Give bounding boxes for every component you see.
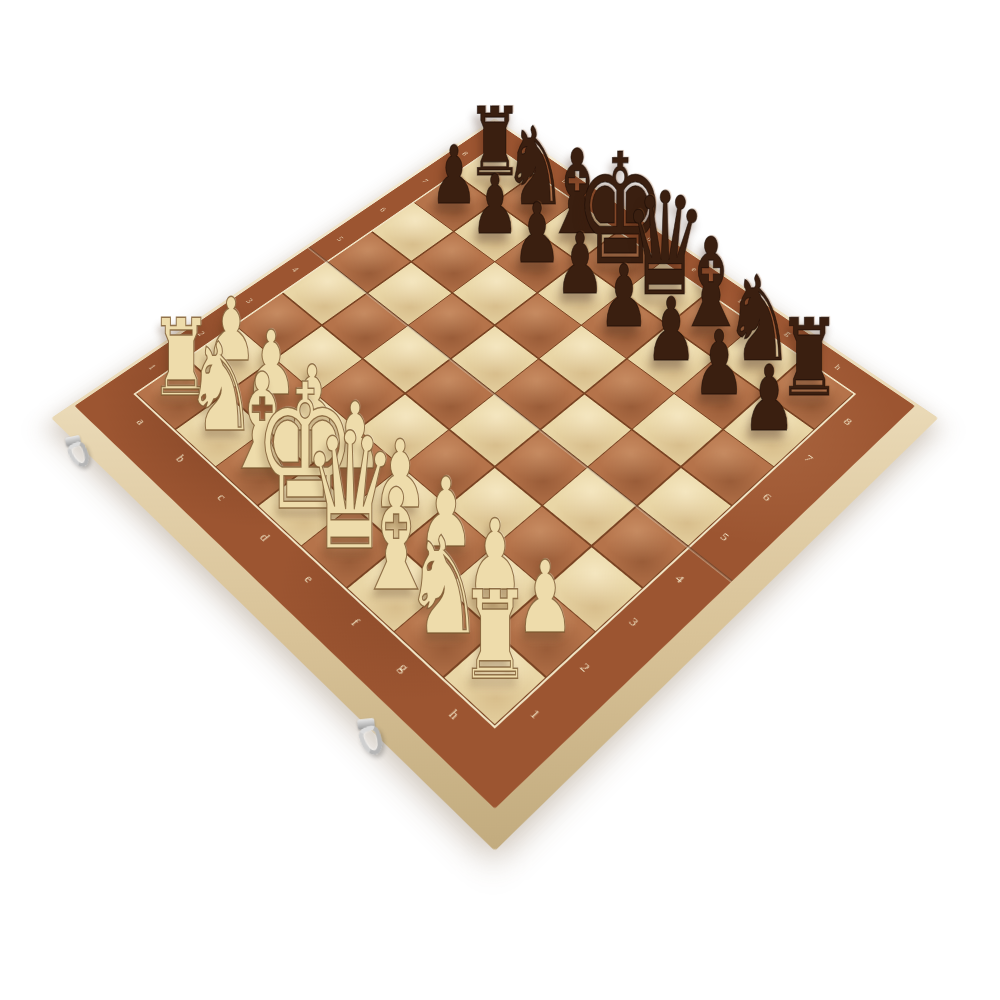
rank-label-7-near: 7 [796,449,821,469]
black-pawn-e7[interactable]: ♟ [599,263,650,330]
black-pawn-c7[interactable]: ♟ [512,202,561,267]
rank-label-4-far: 4 [285,261,306,277]
clasp-lower [350,718,383,758]
rank-label-2-near: 2 [572,655,599,679]
rank-label-5-far: 5 [329,231,350,247]
rank-label-6-far: 6 [373,202,394,217]
white-rook-h1[interactable]: ♜ [459,589,531,684]
rank-label-6-near: 6 [755,487,780,507]
photo-stage: aa11bb22cc33dd44ee55ff66gg77hh88 ♜♞♝♚♛♝♞… [0,0,1000,1000]
black-pawn-h7[interactable]: ♟ [742,364,796,435]
rank-label-5-near: 5 [712,526,737,547]
black-pawn-f7[interactable]: ♟ [645,296,697,364]
rank-label-3-near: 3 [621,611,647,634]
rank-label-4-near: 4 [667,568,693,590]
black-pawn-g7[interactable]: ♟ [693,329,746,398]
black-pawn-d7[interactable]: ♟ [555,232,605,298]
